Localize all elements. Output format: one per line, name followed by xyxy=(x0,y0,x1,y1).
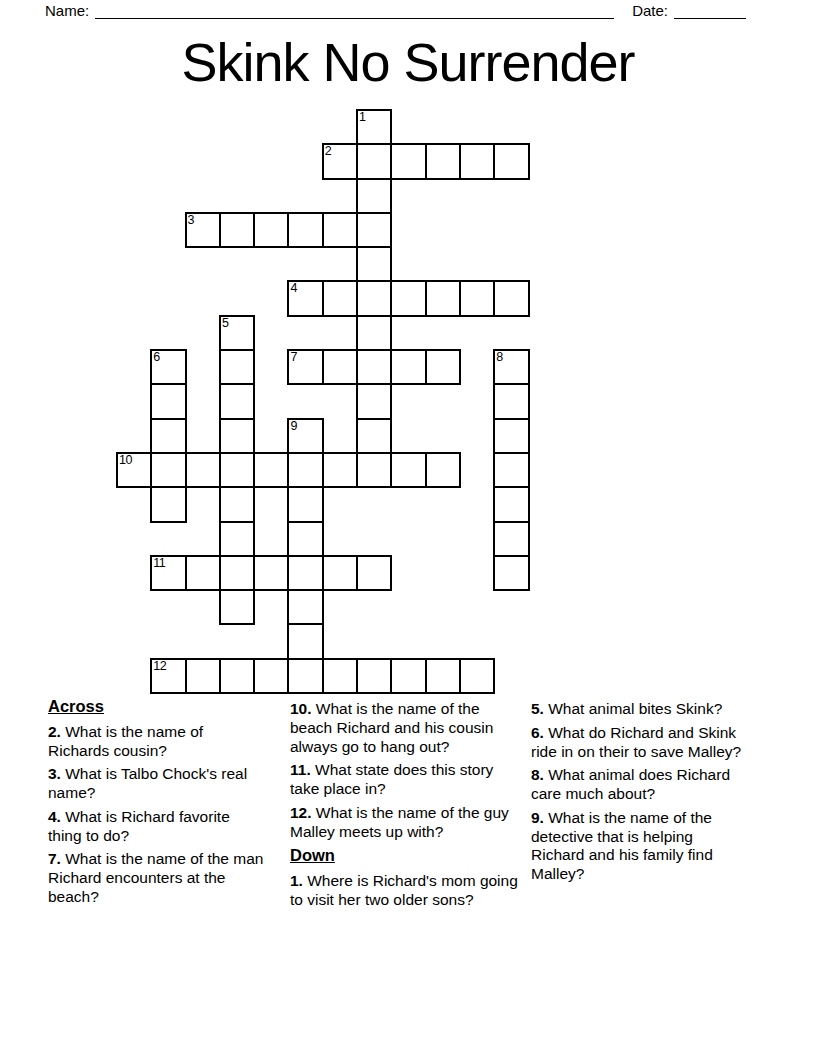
across-clue-11: 11. What state does this story take plac… xyxy=(290,761,526,799)
crossword-cell[interactable] xyxy=(494,419,528,453)
cell-number: 4 xyxy=(290,282,296,295)
clue-column-1: Across2. What is the name of Richards co… xyxy=(48,697,266,912)
name-blank-line[interactable] xyxy=(95,4,614,19)
cell-number: 3 xyxy=(188,214,194,227)
crossword-cell[interactable] xyxy=(323,556,357,590)
crossword-cell[interactable] xyxy=(426,453,460,487)
cell-number: 11 xyxy=(153,557,165,570)
crossword-cell[interactable]: 6 xyxy=(151,350,185,384)
crossword-cell[interactable] xyxy=(391,281,425,315)
crossword-cell[interactable]: 8 xyxy=(494,350,528,384)
crossword-cell[interactable]: 3 xyxy=(186,213,220,247)
crossword-cell[interactable] xyxy=(220,487,254,521)
crossword-cell[interactable]: 11 xyxy=(151,556,185,590)
date-blank-line[interactable] xyxy=(674,4,746,19)
down-clue-6: 6. What do Richard and Skink ride in on … xyxy=(531,724,743,762)
cell-number: 10 xyxy=(119,454,132,467)
crossword-cell[interactable] xyxy=(494,556,528,590)
crossword-cell[interactable] xyxy=(220,590,254,624)
crossword-cell[interactable] xyxy=(494,522,528,556)
crossword-cell[interactable] xyxy=(357,419,391,453)
crossword-cell[interactable] xyxy=(254,659,288,693)
crossword-cell[interactable] xyxy=(288,659,322,693)
crossword-cell[interactable] xyxy=(186,556,220,590)
crossword-cell[interactable] xyxy=(220,556,254,590)
crossword-cell[interactable] xyxy=(220,453,254,487)
crossword-cell[interactable] xyxy=(254,453,288,487)
down-heading: Down xyxy=(290,846,526,866)
crossword-cell[interactable] xyxy=(151,384,185,418)
crossword-cell[interactable] xyxy=(254,556,288,590)
cell-number: 6 xyxy=(153,351,159,364)
crossword-cell[interactable] xyxy=(254,213,288,247)
crossword-cell[interactable] xyxy=(288,590,322,624)
crossword-cell[interactable] xyxy=(426,144,460,178)
crossword-cell[interactable] xyxy=(288,556,322,590)
crossword-cell[interactable] xyxy=(288,487,322,521)
crossword-cell[interactable] xyxy=(151,487,185,521)
crossword-cell[interactable] xyxy=(288,522,322,556)
down-clue-5: 5. What animal bites Skink? xyxy=(531,700,743,719)
crossword-cell[interactable] xyxy=(186,659,220,693)
crossword-cell[interactable] xyxy=(391,350,425,384)
down-clue-8: 8. What animal does Richard care much ab… xyxy=(531,766,743,804)
across-clue-10: 10. What is the name of the beach Richar… xyxy=(290,700,526,756)
crossword-cell[interactable] xyxy=(426,659,460,693)
across-clue-3: 3. What is Talbo Chock's real name? xyxy=(48,765,266,803)
crossword-cell[interactable]: 9 xyxy=(288,419,322,453)
crossword-cell[interactable] xyxy=(460,659,494,693)
crossword-cell[interactable] xyxy=(288,453,322,487)
across-clue-4: 4. What is Richard favorite thing to do? xyxy=(48,808,266,846)
crossword-cell[interactable] xyxy=(357,247,391,281)
crossword-cell[interactable] xyxy=(460,144,494,178)
across-clue-2: 2. What is the name of Richards cousin? xyxy=(48,723,266,761)
crossword-cell[interactable] xyxy=(357,659,391,693)
crossword-cell[interactable] xyxy=(391,659,425,693)
crossword-cell[interactable]: 7 xyxy=(288,350,322,384)
cell-number: 5 xyxy=(222,317,228,330)
clue-column-2: 10. What is the name of the beach Richar… xyxy=(290,700,526,915)
crossword-cell[interactable] xyxy=(220,350,254,384)
crossword-cell[interactable]: 4 xyxy=(288,281,322,315)
crossword-cell[interactable] xyxy=(494,384,528,418)
crossword-cell[interactable] xyxy=(357,316,391,350)
cell-number: 12 xyxy=(153,660,166,673)
crossword-grid: 123456789101112 xyxy=(117,110,529,693)
crossword-cell[interactable] xyxy=(494,453,528,487)
crossword-cell[interactable] xyxy=(357,213,391,247)
crossword-cell[interactable]: 1 xyxy=(357,110,391,144)
crossword-cell[interactable] xyxy=(288,213,322,247)
crossword-cell[interactable] xyxy=(323,453,357,487)
crossword-cell[interactable] xyxy=(323,213,357,247)
across-heading: Across xyxy=(48,697,266,717)
name-label: Name: xyxy=(45,2,95,19)
puzzle-title: Skink No Surrender xyxy=(0,33,816,92)
crossword-cell[interactable]: 5 xyxy=(220,316,254,350)
crossword-cell[interactable] xyxy=(494,487,528,521)
worksheet-header: Name: Date: xyxy=(45,2,746,19)
crossword-cell[interactable] xyxy=(151,453,185,487)
crossword-cell[interactable] xyxy=(323,350,357,384)
crossword-cell[interactable] xyxy=(288,624,322,658)
date-label: Date: xyxy=(632,2,674,19)
crossword-cell[interactable] xyxy=(357,144,391,178)
crossword-cell[interactable] xyxy=(323,659,357,693)
crossword-cell[interactable] xyxy=(460,281,494,315)
crossword-cell[interactable] xyxy=(220,419,254,453)
cell-number: 2 xyxy=(325,145,331,158)
crossword-cell[interactable] xyxy=(426,350,460,384)
crossword-cell[interactable]: 12 xyxy=(151,659,185,693)
crossword-cell[interactable] xyxy=(357,556,391,590)
across-clue-12: 12. What is the name of the guy Malley m… xyxy=(290,804,526,842)
crossword-cell[interactable]: 10 xyxy=(117,453,151,487)
crossword-cell[interactable] xyxy=(357,384,391,418)
cell-number: 9 xyxy=(290,420,296,433)
crossword-cell[interactable] xyxy=(357,350,391,384)
crossword-cell[interactable] xyxy=(220,522,254,556)
crossword-cell[interactable] xyxy=(220,384,254,418)
cell-number: 7 xyxy=(290,351,296,364)
crossword-cell[interactable] xyxy=(220,213,254,247)
across-clue-7: 7. What is the name of the man Richard e… xyxy=(48,850,266,906)
crossword-cell[interactable] xyxy=(186,453,220,487)
down-clue-1: 1. Where is Richard's mom going to visit… xyxy=(290,872,526,910)
crossword-cell[interactable] xyxy=(494,281,528,315)
crossword-cell[interactable] xyxy=(357,179,391,213)
down-clue-9: 9. What is the name of the detective tha… xyxy=(531,809,743,884)
crossword-cell[interactable] xyxy=(323,281,357,315)
crossword-cell[interactable] xyxy=(220,659,254,693)
clue-column-3: 5. What animal bites Skink?6. What do Ri… xyxy=(531,700,743,889)
cell-number: 1 xyxy=(359,111,365,124)
crossword-cell[interactable] xyxy=(494,144,528,178)
crossword-cell[interactable] xyxy=(426,281,460,315)
crossword-cell[interactable] xyxy=(357,453,391,487)
crossword-cell[interactable] xyxy=(357,281,391,315)
crossword-cell[interactable] xyxy=(151,419,185,453)
crossword-cell[interactable]: 2 xyxy=(323,144,357,178)
crossword-cell[interactable] xyxy=(391,144,425,178)
crossword-cell[interactable] xyxy=(391,453,425,487)
cell-number: 8 xyxy=(496,351,502,364)
